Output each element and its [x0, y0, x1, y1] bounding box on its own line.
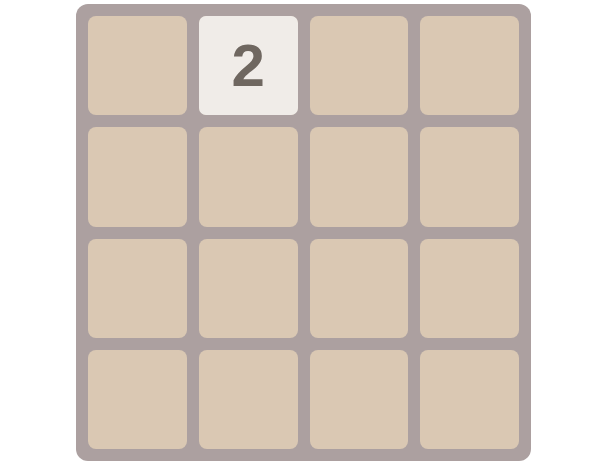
cell-r0c0 [88, 16, 187, 115]
cell-r2c3 [420, 239, 519, 338]
cell-r3c0 [88, 350, 187, 449]
cell-r1c0 [88, 127, 187, 226]
cell-r3c1 [199, 350, 298, 449]
tile-2-r0c1: 2 [199, 16, 298, 115]
cell-r1c3 [420, 127, 519, 226]
cell-r2c1 [199, 239, 298, 338]
cell-r2c0 [88, 239, 187, 338]
cell-r3c2 [310, 350, 409, 449]
cell-r1c1 [199, 127, 298, 226]
cell-r1c2 [310, 127, 409, 226]
cell-r0c3 [420, 16, 519, 115]
cell-r0c1: 2 [199, 16, 298, 115]
cell-r2c2 [310, 239, 409, 338]
cell-r3c3 [420, 350, 519, 449]
cell-r0c2 [310, 16, 409, 115]
page-background: 2 [0, 0, 600, 465]
2048-board[interactable]: 2 [76, 4, 531, 461]
